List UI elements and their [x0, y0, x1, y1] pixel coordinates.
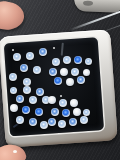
gemstone-11 — [85, 58, 92, 65]
gemstone-15 — [83, 69, 90, 76]
gemstone-4 — [20, 64, 28, 72]
gemstone-6 — [9, 73, 17, 81]
gemstone-14 — [71, 68, 79, 76]
gemstone-36 — [83, 109, 90, 116]
gemstone-12 — [49, 68, 57, 76]
gemstone-23 — [29, 96, 37, 104]
gemstone-33 — [51, 108, 59, 116]
lid-reflection-streak — [61, 43, 64, 56]
fingernail-highlight — [13, 150, 17, 153]
gemstone-26 — [22, 106, 30, 114]
gemstone-10 — [74, 56, 82, 64]
gemstone-31 — [59, 99, 67, 107]
gemstone-35 — [73, 108, 81, 116]
gemstone-40 — [69, 118, 77, 126]
gemstone-16 — [54, 77, 62, 85]
dust-speck-2 — [60, 95, 62, 97]
gemstone-1 — [13, 53, 21, 61]
gemstone-38 — [48, 118, 56, 126]
gemstone-20 — [23, 86, 31, 94]
gemstone-5 — [33, 66, 41, 74]
gemstone-7 — [23, 78, 31, 86]
gemstone-9 — [63, 56, 71, 64]
gemstone-28 — [16, 116, 24, 124]
gem-jar-box — [0, 29, 118, 148]
gemstone-25 — [10, 104, 18, 112]
gemstone-22 — [16, 95, 24, 103]
gemstone-17 — [66, 78, 74, 86]
gemstone-19 — [10, 87, 17, 94]
photo-scene — [0, 0, 120, 160]
gemstone-41 — [80, 116, 88, 124]
gemstone-18 — [77, 76, 85, 84]
gemstone-2 — [26, 52, 34, 60]
object-shadow-spot — [83, 0, 93, 5]
gemstone-34 — [62, 109, 70, 117]
gemstone-32 — [70, 99, 78, 107]
gemstone-30 — [48, 96, 56, 104]
background-silver-object — [74, 0, 120, 13]
dust-speck-1 — [53, 47, 55, 49]
gemstone-3 — [39, 48, 47, 56]
gemstone-8 — [52, 58, 60, 66]
gemstone-13 — [60, 68, 68, 76]
gemstone-37 — [40, 121, 48, 129]
gemstone-39 — [58, 120, 66, 128]
gemstone-21 — [36, 88, 44, 96]
gemstone-27 — [35, 108, 43, 116]
fingertip-top-left — [0, 0, 26, 33]
dust-speck-3 — [12, 49, 14, 51]
gemstone-29 — [29, 118, 37, 126]
